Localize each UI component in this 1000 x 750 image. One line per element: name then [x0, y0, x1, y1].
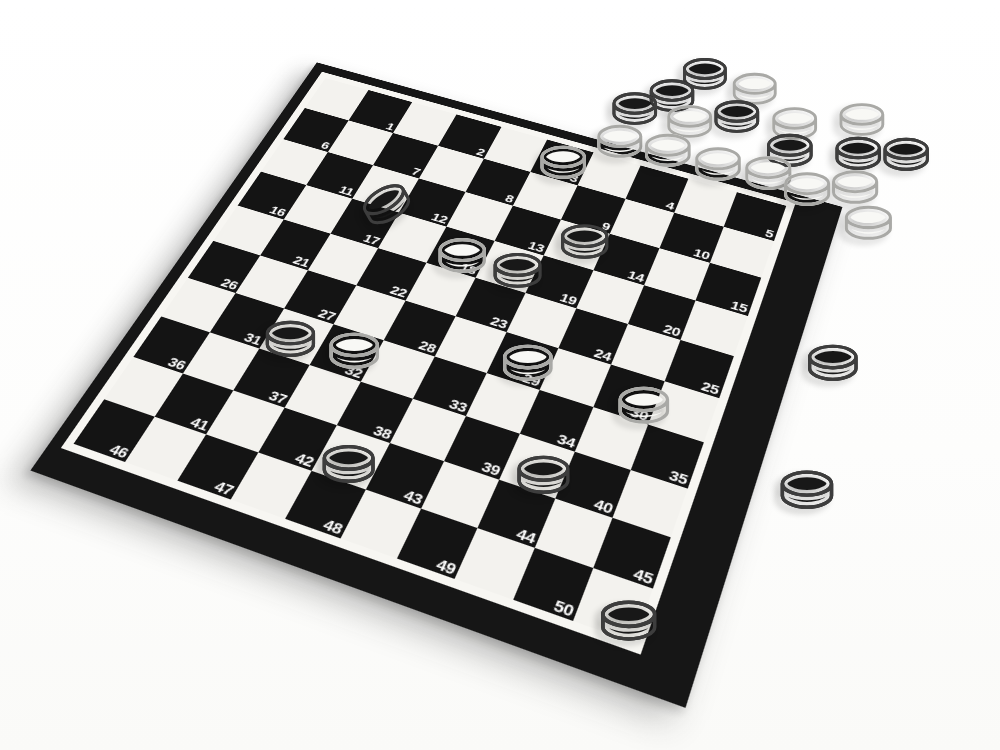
black-piece-outline: ⛀ [598, 580, 659, 653]
table-surface: 1234567891011121314151617181920212223242… [0, 0, 1000, 750]
white-piece-outline: ⛀ [595, 108, 645, 168]
black-piece-outline: ⛀ [263, 301, 318, 366]
white-piece-outline: ⛀ [693, 130, 744, 191]
white-piece-outline: ⛀ [616, 367, 672, 434]
white-piece-outline: ⛀ [436, 220, 489, 283]
black-piece-outline: ⛀ [515, 436, 573, 505]
black-piece-outline: ⛀ [881, 120, 932, 180]
black-piece-outline: ⛀ [491, 235, 544, 299]
white-piece-outline: ⛀ [327, 314, 382, 380]
black-piece-outline: ⛀ [558, 207, 611, 270]
black-piece-outline: ⛀ [805, 326, 860, 392]
white-piece-outline: ⛀ [643, 116, 693, 176]
white-piece-outline: ⛀ [500, 326, 555, 392]
black-piece-outline: ⛀ [778, 450, 836, 520]
black-piece-outline: ⛀ [320, 424, 378, 493]
square-number: 48 [321, 516, 345, 536]
square-number: 50 [552, 597, 576, 619]
white-piece-outline: ⛀ [781, 154, 832, 215]
square-number: 49 [434, 556, 458, 577]
white-piece-outline: ⛀ [842, 188, 894, 250]
white-piece-outline: ⛀ [538, 128, 589, 189]
